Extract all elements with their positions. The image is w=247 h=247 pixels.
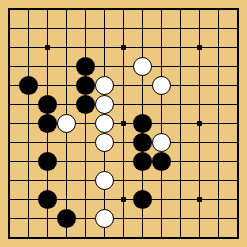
black-stone [38, 190, 57, 209]
grid-line-horizontal [9, 180, 239, 181]
black-stone [76, 76, 95, 95]
white-stone [95, 209, 114, 228]
grid-line-vertical [9, 9, 10, 239]
grid-line-vertical [218, 9, 219, 239]
white-stone [95, 114, 114, 133]
white-stone [95, 133, 114, 152]
black-stone [38, 95, 57, 114]
star-point [197, 45, 202, 50]
black-stone [152, 152, 171, 171]
black-stone [38, 152, 57, 171]
grid-line-vertical [180, 9, 181, 239]
star-point [197, 197, 202, 202]
grid-line-vertical [237, 9, 238, 239]
white-stone [95, 95, 114, 114]
black-stone [133, 190, 152, 209]
grid-line-vertical [85, 9, 86, 239]
star-point [197, 121, 202, 126]
grid-line-horizontal [9, 9, 239, 10]
grid-line-horizontal [9, 85, 239, 86]
black-stone [133, 152, 152, 171]
black-stone [76, 57, 95, 76]
black-stone [19, 76, 38, 95]
star-point [121, 121, 126, 126]
white-stone [95, 171, 114, 190]
grid-line-horizontal [9, 66, 239, 67]
star-point [121, 45, 126, 50]
white-stone [57, 114, 76, 133]
grid-line-vertical [28, 9, 29, 239]
black-stone [133, 114, 152, 133]
grid-line-horizontal [9, 237, 239, 238]
grid-line-horizontal [9, 28, 239, 29]
star-point [45, 45, 50, 50]
black-stone [76, 95, 95, 114]
white-stone [152, 133, 171, 152]
black-stone [133, 133, 152, 152]
grid-line-vertical [161, 9, 162, 239]
white-stone [95, 76, 114, 95]
white-stone [133, 57, 152, 76]
go-board[interactable] [0, 0, 247, 247]
white-stone [152, 76, 171, 95]
black-stone [38, 114, 57, 133]
grid-line-horizontal [9, 218, 239, 219]
black-stone [57, 209, 76, 228]
star-point [121, 197, 126, 202]
grid-line-horizontal [9, 142, 239, 143]
